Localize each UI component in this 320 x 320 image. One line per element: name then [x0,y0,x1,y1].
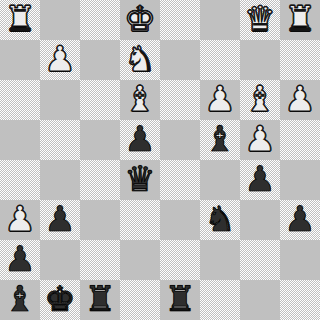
chess-board: ♜♚♛♜♟♞♝♟♝♟♟♝♟♛♟♟♟♞♟♟♝♚♜♜ [0,0,320,320]
piece-wB-b3: ♝ [244,82,275,117]
square-g8[interactable]: ♚ [40,280,80,320]
piece-wP-g2: ♟ [44,42,75,77]
piece-bP-g6: ♟ [44,202,75,237]
square-h6[interactable]: ♟ [0,200,40,240]
square-e2[interactable]: ♞ [120,40,160,80]
square-g5[interactable] [40,160,80,200]
square-f8[interactable]: ♜ [80,280,120,320]
square-b2[interactable] [240,40,280,80]
square-e8[interactable] [120,280,160,320]
square-d1[interactable] [160,0,200,40]
piece-bB-h8: ♝ [4,282,35,317]
square-e7[interactable] [120,240,160,280]
square-d3[interactable] [160,80,200,120]
piece-bP-b5: ♟ [244,162,275,197]
square-a5[interactable] [280,160,320,200]
piece-wQ-b1: ♛ [244,2,275,37]
piece-bB-c4: ♝ [204,122,235,157]
square-c6[interactable]: ♞ [200,200,240,240]
square-b3[interactable]: ♝ [240,80,280,120]
square-e6[interactable] [120,200,160,240]
square-c5[interactable] [200,160,240,200]
square-d2[interactable] [160,40,200,80]
piece-bP-h7: ♟ [4,242,35,277]
square-d8[interactable]: ♜ [160,280,200,320]
square-h5[interactable] [0,160,40,200]
square-g7[interactable] [40,240,80,280]
square-d5[interactable] [160,160,200,200]
square-b6[interactable] [240,200,280,240]
piece-bR-d8: ♜ [164,282,195,317]
square-f5[interactable] [80,160,120,200]
square-b4[interactable]: ♟ [240,120,280,160]
square-g2[interactable]: ♟ [40,40,80,80]
square-c1[interactable] [200,0,240,40]
square-a6[interactable]: ♟ [280,200,320,240]
piece-wR-h1: ♜ [4,2,35,37]
square-g3[interactable] [40,80,80,120]
square-h1[interactable]: ♜ [0,0,40,40]
square-a3[interactable]: ♟ [280,80,320,120]
square-d4[interactable] [160,120,200,160]
piece-bP-e4: ♟ [124,122,155,157]
square-f7[interactable] [80,240,120,280]
square-a4[interactable] [280,120,320,160]
square-d7[interactable] [160,240,200,280]
piece-bQ-e5: ♛ [124,162,155,197]
square-f2[interactable] [80,40,120,80]
square-b7[interactable] [240,240,280,280]
square-e5[interactable]: ♛ [120,160,160,200]
square-h2[interactable] [0,40,40,80]
square-a1[interactable]: ♜ [280,0,320,40]
square-f3[interactable] [80,80,120,120]
square-h7[interactable]: ♟ [0,240,40,280]
square-h8[interactable]: ♝ [0,280,40,320]
square-c3[interactable]: ♟ [200,80,240,120]
piece-wR-a1: ♜ [284,2,315,37]
square-b5[interactable]: ♟ [240,160,280,200]
square-g6[interactable]: ♟ [40,200,80,240]
square-e4[interactable]: ♟ [120,120,160,160]
square-a2[interactable] [280,40,320,80]
square-a8[interactable] [280,280,320,320]
square-f4[interactable] [80,120,120,160]
square-c4[interactable]: ♝ [200,120,240,160]
piece-wP-a3: ♟ [284,82,315,117]
piece-wB-e3: ♝ [124,82,155,117]
piece-wP-b4: ♟ [244,122,275,157]
square-b8[interactable] [240,280,280,320]
piece-wP-c3: ♟ [204,82,235,117]
piece-bK-g8: ♚ [44,282,75,317]
square-e3[interactable]: ♝ [120,80,160,120]
piece-wP-h6: ♟ [4,202,35,237]
square-c2[interactable] [200,40,240,80]
square-e1[interactable]: ♚ [120,0,160,40]
square-h3[interactable] [0,80,40,120]
piece-bR-f8: ♜ [84,282,115,317]
piece-bP-a6: ♟ [284,202,315,237]
square-d6[interactable] [160,200,200,240]
piece-bN-c6: ♞ [204,202,235,237]
square-f1[interactable] [80,0,120,40]
square-c8[interactable] [200,280,240,320]
square-h4[interactable] [0,120,40,160]
piece-wK-e1: ♚ [124,2,155,37]
square-f6[interactable] [80,200,120,240]
square-b1[interactable]: ♛ [240,0,280,40]
square-c7[interactable] [200,240,240,280]
square-a7[interactable] [280,240,320,280]
square-g4[interactable] [40,120,80,160]
piece-wN-e2: ♞ [124,42,155,77]
square-g1[interactable] [40,0,80,40]
